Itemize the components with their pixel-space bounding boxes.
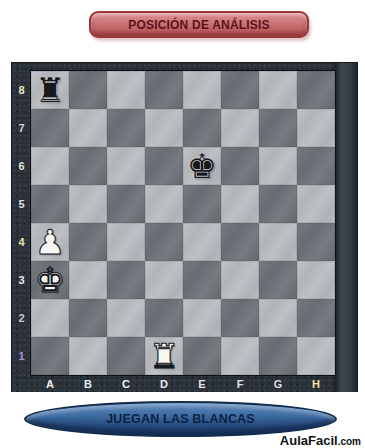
square-b8 bbox=[69, 71, 107, 109]
square-c5 bbox=[107, 185, 145, 223]
square-c3 bbox=[107, 261, 145, 299]
file-label-B: B bbox=[69, 375, 107, 393]
square-g3 bbox=[259, 261, 297, 299]
file-label-F: F bbox=[221, 375, 259, 393]
board-squares: ♜♚♟♚♜ bbox=[31, 71, 335, 375]
square-f6 bbox=[221, 147, 259, 185]
piece-white-king-a3: ♚ bbox=[35, 261, 65, 299]
piece-white-pawn-a4: ♟ bbox=[35, 223, 65, 261]
square-e3 bbox=[183, 261, 221, 299]
square-h6 bbox=[297, 147, 335, 185]
square-d4 bbox=[145, 223, 183, 261]
square-f1 bbox=[221, 337, 259, 375]
square-a6 bbox=[31, 147, 69, 185]
rank-labels: 87654321 bbox=[12, 71, 31, 375]
square-e7 bbox=[183, 109, 221, 147]
square-g7 bbox=[259, 109, 297, 147]
rank-label-3: 3 bbox=[12, 261, 31, 299]
rank-label-1: 1 bbox=[12, 337, 31, 375]
square-d8 bbox=[145, 71, 183, 109]
square-c4 bbox=[107, 223, 145, 261]
watermark-suffix: .com bbox=[338, 436, 361, 447]
watermark: AulaFacil.com bbox=[280, 431, 361, 448]
square-e8 bbox=[183, 71, 221, 109]
square-e5 bbox=[183, 185, 221, 223]
square-d2 bbox=[145, 299, 183, 337]
file-labels: ABCDEFGH bbox=[31, 375, 335, 393]
square-a8: ♜ bbox=[31, 71, 69, 109]
file-label-G: G bbox=[259, 375, 297, 393]
square-c6 bbox=[107, 147, 145, 185]
square-h2 bbox=[297, 299, 335, 337]
watermark-brand: AulaFacil bbox=[280, 433, 338, 448]
rank-label-4: 4 bbox=[12, 223, 31, 261]
square-e2 bbox=[183, 299, 221, 337]
square-a4: ♟ bbox=[31, 223, 69, 261]
piece-black-king-e6: ♚ bbox=[187, 147, 217, 185]
square-h1 bbox=[297, 337, 335, 375]
square-c2 bbox=[107, 299, 145, 337]
page: POSICIÓN DE ANÁLISIS 87654321 ♜♚♟♚♜ ABCD… bbox=[0, 0, 365, 448]
square-f8 bbox=[221, 71, 259, 109]
square-a1 bbox=[31, 337, 69, 375]
square-e1 bbox=[183, 337, 221, 375]
square-g1 bbox=[259, 337, 297, 375]
rank-label-2: 2 bbox=[12, 299, 31, 337]
square-e6: ♚ bbox=[183, 147, 221, 185]
square-g2 bbox=[259, 299, 297, 337]
square-f2 bbox=[221, 299, 259, 337]
square-b2 bbox=[69, 299, 107, 337]
square-b7 bbox=[69, 109, 107, 147]
square-a2 bbox=[31, 299, 69, 337]
square-d7 bbox=[145, 109, 183, 147]
file-label-E: E bbox=[183, 375, 221, 393]
analysis-banner: POSICIÓN DE ANÁLISIS bbox=[89, 11, 309, 38]
square-g8 bbox=[259, 71, 297, 109]
turn-banner-label: JUEGAN LAS BLANCAS bbox=[106, 412, 255, 426]
piece-black-rook-a8: ♜ bbox=[35, 71, 65, 109]
square-f5 bbox=[221, 185, 259, 223]
square-c7 bbox=[107, 109, 145, 147]
square-h8 bbox=[297, 71, 335, 109]
square-d1: ♜ bbox=[145, 337, 183, 375]
square-d3 bbox=[145, 261, 183, 299]
square-g6 bbox=[259, 147, 297, 185]
square-d5 bbox=[145, 185, 183, 223]
square-f4 bbox=[221, 223, 259, 261]
file-label-D: D bbox=[145, 375, 183, 393]
square-e4 bbox=[183, 223, 221, 261]
square-h7 bbox=[297, 109, 335, 147]
square-f3 bbox=[221, 261, 259, 299]
square-b5 bbox=[69, 185, 107, 223]
board-right-border bbox=[334, 63, 358, 392]
rank-label-6: 6 bbox=[12, 147, 31, 185]
square-a5 bbox=[31, 185, 69, 223]
square-g4 bbox=[259, 223, 297, 261]
square-g5 bbox=[259, 185, 297, 223]
square-h3 bbox=[297, 261, 335, 299]
chess-board: 87654321 ♜♚♟♚♜ ABCDEFGH bbox=[11, 62, 358, 392]
piece-white-rook-d1: ♜ bbox=[149, 337, 179, 375]
square-b4 bbox=[69, 223, 107, 261]
square-c8 bbox=[107, 71, 145, 109]
analysis-banner-label: POSICIÓN DE ANÁLISIS bbox=[128, 18, 270, 32]
file-label-C: C bbox=[107, 375, 145, 393]
square-d6 bbox=[145, 147, 183, 185]
rank-label-5: 5 bbox=[12, 185, 31, 223]
square-a3: ♚ bbox=[31, 261, 69, 299]
square-b1 bbox=[69, 337, 107, 375]
square-a7 bbox=[31, 109, 69, 147]
square-h4 bbox=[297, 223, 335, 261]
square-b3 bbox=[69, 261, 107, 299]
rank-label-7: 7 bbox=[12, 109, 31, 147]
square-b6 bbox=[69, 147, 107, 185]
square-h5 bbox=[297, 185, 335, 223]
square-f7 bbox=[221, 109, 259, 147]
square-c1 bbox=[107, 337, 145, 375]
file-label-H: H bbox=[297, 375, 335, 393]
file-label-A: A bbox=[31, 375, 69, 393]
rank-label-8: 8 bbox=[12, 71, 31, 109]
